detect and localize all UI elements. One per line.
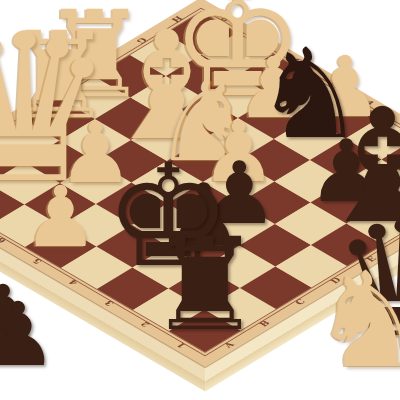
black-rook-a1[interactable]: ♜: [147, 221, 262, 349]
chess-illustration: AA88BB77CC66DD55EE44FF33GG22HH11 ♛♜♜♟♟♝♞…: [0, 0, 400, 400]
offboard-black-pawn-1[interactable]: ♟: [0, 291, 57, 379]
white-pawn-a5[interactable]: ♟: [23, 175, 98, 259]
offboard-white-knight[interactable]: ♞: [311, 254, 400, 386]
